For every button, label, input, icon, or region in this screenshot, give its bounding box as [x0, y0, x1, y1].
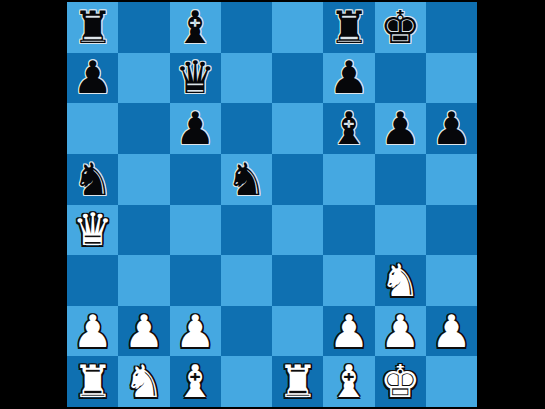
- black-king-g8[interactable]: ♚: [380, 5, 420, 50]
- square-c3[interactable]: [170, 255, 221, 306]
- square-c5[interactable]: [170, 154, 221, 205]
- square-c6[interactable]: ♟: [170, 103, 221, 154]
- square-g8[interactable]: ♚: [375, 2, 426, 53]
- white-pawn-h2[interactable]: ♟: [431, 309, 471, 354]
- black-rook-a8[interactable]: ♜: [72, 5, 112, 50]
- black-bishop-f6[interactable]: ♝: [329, 106, 369, 151]
- square-e3[interactable]: [272, 255, 323, 306]
- square-b8[interactable]: [118, 2, 169, 53]
- square-e5[interactable]: [272, 154, 323, 205]
- square-b1[interactable]: ♞: [118, 356, 169, 407]
- square-h2[interactable]: ♟: [426, 306, 477, 357]
- square-h7[interactable]: [426, 53, 477, 104]
- square-a7[interactable]: ♟: [67, 53, 118, 104]
- square-a2[interactable]: ♟: [67, 306, 118, 357]
- square-e6[interactable]: [272, 103, 323, 154]
- square-a5[interactable]: ♞: [67, 154, 118, 205]
- black-pawn-h6[interactable]: ♟: [431, 106, 471, 151]
- square-a8[interactable]: ♜: [67, 2, 118, 53]
- white-bishop-c1[interactable]: ♝: [175, 359, 215, 404]
- square-e8[interactable]: [272, 2, 323, 53]
- square-c8[interactable]: ♝: [170, 2, 221, 53]
- square-d6[interactable]: [221, 103, 272, 154]
- square-a4[interactable]: ♛: [67, 205, 118, 256]
- square-e2[interactable]: [272, 306, 323, 357]
- square-f3[interactable]: [323, 255, 374, 306]
- square-d4[interactable]: [221, 205, 272, 256]
- square-c4[interactable]: [170, 205, 221, 256]
- black-pawn-a7[interactable]: ♟: [72, 55, 112, 100]
- square-c7[interactable]: ♛: [170, 53, 221, 104]
- square-d8[interactable]: [221, 2, 272, 53]
- square-a6[interactable]: [67, 103, 118, 154]
- white-pawn-c2[interactable]: ♟: [175, 309, 215, 354]
- square-h4[interactable]: [426, 205, 477, 256]
- black-queen-c7[interactable]: ♛: [175, 55, 215, 100]
- chess-app-window: ♜♝♜♚♟♛♟♟♝♟♟♞♞♛♞♟♟♟♟♟♟♜♞♝♜♝♚: [0, 0, 545, 409]
- square-b4[interactable]: [118, 205, 169, 256]
- square-h6[interactable]: ♟: [426, 103, 477, 154]
- black-knight-d5[interactable]: ♞: [226, 157, 266, 202]
- white-knight-g3[interactable]: ♞: [380, 258, 420, 303]
- black-knight-a5[interactable]: ♞: [72, 157, 112, 202]
- white-queen-a4[interactable]: ♛: [72, 207, 112, 252]
- square-h1[interactable]: [426, 356, 477, 407]
- square-b7[interactable]: [118, 53, 169, 104]
- square-d2[interactable]: [221, 306, 272, 357]
- square-g2[interactable]: ♟: [375, 306, 426, 357]
- square-f6[interactable]: ♝: [323, 103, 374, 154]
- square-h8[interactable]: [426, 2, 477, 53]
- square-c2[interactable]: ♟: [170, 306, 221, 357]
- square-g6[interactable]: ♟: [375, 103, 426, 154]
- square-g5[interactable]: [375, 154, 426, 205]
- white-knight-b1[interactable]: ♞: [124, 359, 164, 404]
- black-pawn-f7[interactable]: ♟: [329, 55, 369, 100]
- square-e7[interactable]: [272, 53, 323, 104]
- square-f8[interactable]: ♜: [323, 2, 374, 53]
- letterbox-left: [0, 0, 67, 409]
- square-g3[interactable]: ♞: [375, 255, 426, 306]
- square-b3[interactable]: [118, 255, 169, 306]
- square-c1[interactable]: ♝: [170, 356, 221, 407]
- white-rook-a1[interactable]: ♜: [72, 359, 112, 404]
- square-b5[interactable]: [118, 154, 169, 205]
- square-f2[interactable]: ♟: [323, 306, 374, 357]
- square-e4[interactable]: [272, 205, 323, 256]
- black-pawn-g6[interactable]: ♟: [380, 106, 420, 151]
- square-f5[interactable]: [323, 154, 374, 205]
- square-a1[interactable]: ♜: [67, 356, 118, 407]
- chess-board: ♜♝♜♚♟♛♟♟♝♟♟♞♞♛♞♟♟♟♟♟♟♜♞♝♜♝♚: [67, 2, 477, 407]
- white-pawn-f2[interactable]: ♟: [329, 309, 369, 354]
- square-h5[interactable]: [426, 154, 477, 205]
- black-rook-f8[interactable]: ♜: [329, 5, 369, 50]
- square-g1[interactable]: ♚: [375, 356, 426, 407]
- white-rook-e1[interactable]: ♜: [277, 359, 317, 404]
- letterbox-right: [477, 0, 545, 409]
- black-bishop-c8[interactable]: ♝: [175, 5, 215, 50]
- square-d7[interactable]: [221, 53, 272, 104]
- square-g7[interactable]: [375, 53, 426, 104]
- black-pawn-c6[interactable]: ♟: [175, 106, 215, 151]
- square-e1[interactable]: ♜: [272, 356, 323, 407]
- square-f4[interactable]: [323, 205, 374, 256]
- square-f7[interactable]: ♟: [323, 53, 374, 104]
- white-pawn-g2[interactable]: ♟: [380, 309, 420, 354]
- square-h3[interactable]: [426, 255, 477, 306]
- square-a3[interactable]: [67, 255, 118, 306]
- square-b2[interactable]: ♟: [118, 306, 169, 357]
- square-d5[interactable]: ♞: [221, 154, 272, 205]
- white-bishop-f1[interactable]: ♝: [329, 359, 369, 404]
- square-g4[interactable]: [375, 205, 426, 256]
- white-king-g1[interactable]: ♚: [380, 359, 420, 404]
- white-pawn-a2[interactable]: ♟: [72, 309, 112, 354]
- square-d3[interactable]: [221, 255, 272, 306]
- square-d1[interactable]: [221, 356, 272, 407]
- square-f1[interactable]: ♝: [323, 356, 374, 407]
- square-b6[interactable]: [118, 103, 169, 154]
- white-pawn-b2[interactable]: ♟: [124, 309, 164, 354]
